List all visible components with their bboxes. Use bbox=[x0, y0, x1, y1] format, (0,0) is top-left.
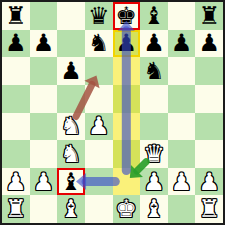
square-f4[interactable] bbox=[140, 113, 168, 141]
square-g3[interactable] bbox=[168, 140, 196, 168]
square-c1[interactable]: ♝ bbox=[57, 195, 85, 223]
black-pawn-c6[interactable]: ♟ bbox=[57, 57, 85, 85]
square-g7[interactable]: ♟ bbox=[168, 30, 196, 58]
square-d4[interactable]: ♟ bbox=[85, 113, 113, 141]
square-e5[interactable] bbox=[113, 85, 141, 113]
black-rook-a8[interactable]: ♜ bbox=[2, 2, 30, 30]
white-rook-h1[interactable]: ♜ bbox=[195, 195, 223, 223]
square-b2[interactable]: ♟ bbox=[30, 168, 58, 196]
white-knight-c3[interactable]: ♞ bbox=[57, 140, 85, 168]
square-f1[interactable]: ♝ bbox=[140, 195, 168, 223]
square-e6[interactable] bbox=[113, 57, 141, 85]
square-e2[interactable] bbox=[113, 168, 141, 196]
white-pawn-g2[interactable]: ♟ bbox=[168, 168, 196, 196]
square-b1[interactable] bbox=[30, 195, 58, 223]
square-c8[interactable] bbox=[57, 2, 85, 30]
black-pawn-b7[interactable]: ♟ bbox=[30, 30, 58, 58]
square-c2[interactable]: ♝ bbox=[57, 168, 85, 196]
white-pawn-h2[interactable]: ♟ bbox=[195, 168, 223, 196]
square-a8[interactable]: ♜ bbox=[2, 2, 30, 30]
black-knight-f6[interactable]: ♞ bbox=[140, 57, 168, 85]
square-h7[interactable]: ♟ bbox=[195, 30, 223, 58]
highlight-box-e8 bbox=[113, 2, 141, 30]
ray-highlight-e4 bbox=[113, 113, 141, 141]
white-queen-f3[interactable]: ♛ bbox=[140, 140, 168, 168]
square-a6[interactable] bbox=[2, 57, 30, 85]
square-f3[interactable]: ♛ bbox=[140, 140, 168, 168]
square-g2[interactable]: ♟ bbox=[168, 168, 196, 196]
highlight-box-e7 bbox=[113, 30, 141, 58]
square-h1[interactable]: ♜ bbox=[195, 195, 223, 223]
square-b5[interactable] bbox=[30, 85, 58, 113]
square-e3[interactable] bbox=[113, 140, 141, 168]
square-f7[interactable]: ♟ bbox=[140, 30, 168, 58]
ray-highlight-e7 bbox=[113, 30, 141, 58]
chess-board: ♜♛♚♝♜♟♟♞♟♟♟♟♟♞♞♟♞♛♟♟♝♟♟♟♜♝♚♝♜ bbox=[0, 0, 225, 225]
square-h3[interactable] bbox=[195, 140, 223, 168]
white-rook-a1[interactable]: ♜ bbox=[2, 195, 30, 223]
square-c3[interactable]: ♞ bbox=[57, 140, 85, 168]
square-b7[interactable]: ♟ bbox=[30, 30, 58, 58]
black-queen-d8[interactable]: ♛ bbox=[85, 2, 113, 30]
square-c4[interactable]: ♞ bbox=[57, 113, 85, 141]
white-pawn-b2[interactable]: ♟ bbox=[30, 168, 58, 196]
white-bishop-f1[interactable]: ♝ bbox=[140, 195, 168, 223]
ray-highlight-e5 bbox=[113, 85, 141, 113]
square-a1[interactable]: ♜ bbox=[2, 195, 30, 223]
square-b8[interactable] bbox=[30, 2, 58, 30]
square-h8[interactable]: ♜ bbox=[195, 2, 223, 30]
square-h6[interactable] bbox=[195, 57, 223, 85]
square-b4[interactable] bbox=[30, 113, 58, 141]
black-pawn-h7[interactable]: ♟ bbox=[195, 30, 223, 58]
square-g4[interactable] bbox=[168, 113, 196, 141]
white-pawn-f2[interactable]: ♟ bbox=[140, 168, 168, 196]
square-a4[interactable] bbox=[2, 113, 30, 141]
square-d2[interactable] bbox=[85, 168, 113, 196]
square-d1[interactable] bbox=[85, 195, 113, 223]
square-b3[interactable] bbox=[30, 140, 58, 168]
square-d5[interactable] bbox=[85, 85, 113, 113]
square-h5[interactable] bbox=[195, 85, 223, 113]
square-g5[interactable] bbox=[168, 85, 196, 113]
ray-highlight-e2 bbox=[113, 168, 141, 196]
square-d8[interactable]: ♛ bbox=[85, 2, 113, 30]
highlight-box-c2 bbox=[57, 168, 85, 196]
square-e4[interactable] bbox=[113, 113, 141, 141]
black-bishop-f8[interactable]: ♝ bbox=[140, 2, 168, 30]
black-knight-d7[interactable]: ♞ bbox=[85, 30, 113, 58]
black-pawn-f7[interactable]: ♟ bbox=[140, 30, 168, 58]
square-b6[interactable] bbox=[30, 57, 58, 85]
square-f8[interactable]: ♝ bbox=[140, 2, 168, 30]
square-f6[interactable]: ♞ bbox=[140, 57, 168, 85]
square-a5[interactable] bbox=[2, 85, 30, 113]
white-king-e1[interactable]: ♚ bbox=[113, 195, 141, 223]
square-h2[interactable]: ♟ bbox=[195, 168, 223, 196]
ray-highlight-e3 bbox=[113, 140, 141, 168]
black-pawn-a7[interactable]: ♟ bbox=[2, 30, 30, 58]
square-e1[interactable]: ♚ bbox=[113, 195, 141, 223]
square-h4[interactable] bbox=[195, 113, 223, 141]
black-pawn-g7[interactable]: ♟ bbox=[168, 30, 196, 58]
square-g6[interactable] bbox=[168, 57, 196, 85]
board-squares: ♜♛♚♝♜♟♟♞♟♟♟♟♟♞♞♟♞♛♟♟♝♟♟♟♜♝♚♝♜ bbox=[2, 2, 223, 223]
black-pawn-e7[interactable]: ♟ bbox=[113, 30, 141, 58]
square-e7[interactable]: ♟ bbox=[113, 30, 141, 58]
square-f5[interactable] bbox=[140, 85, 168, 113]
square-c5[interactable] bbox=[57, 85, 85, 113]
square-a2[interactable]: ♟ bbox=[2, 168, 30, 196]
white-pawn-a2[interactable]: ♟ bbox=[2, 168, 30, 196]
square-d3[interactable] bbox=[85, 140, 113, 168]
black-king-e8[interactable]: ♚ bbox=[113, 2, 141, 30]
white-knight-c4[interactable]: ♞ bbox=[57, 113, 85, 141]
white-bishop-c1[interactable]: ♝ bbox=[57, 195, 85, 223]
square-d7[interactable]: ♞ bbox=[85, 30, 113, 58]
square-c6[interactable]: ♟ bbox=[57, 57, 85, 85]
square-e8[interactable]: ♚ bbox=[113, 2, 141, 30]
black-rook-h8[interactable]: ♜ bbox=[195, 2, 223, 30]
white-pawn-d4[interactable]: ♟ bbox=[85, 113, 113, 141]
square-g8[interactable] bbox=[168, 2, 196, 30]
square-a7[interactable]: ♟ bbox=[2, 30, 30, 58]
square-c7[interactable] bbox=[57, 30, 85, 58]
black-bishop-c2[interactable]: ♝ bbox=[57, 168, 85, 196]
square-g1[interactable] bbox=[168, 195, 196, 223]
square-d6[interactable] bbox=[85, 57, 113, 85]
ray-highlight-e6 bbox=[113, 57, 141, 85]
square-a3[interactable] bbox=[2, 140, 30, 168]
square-f2[interactable]: ♟ bbox=[140, 168, 168, 196]
